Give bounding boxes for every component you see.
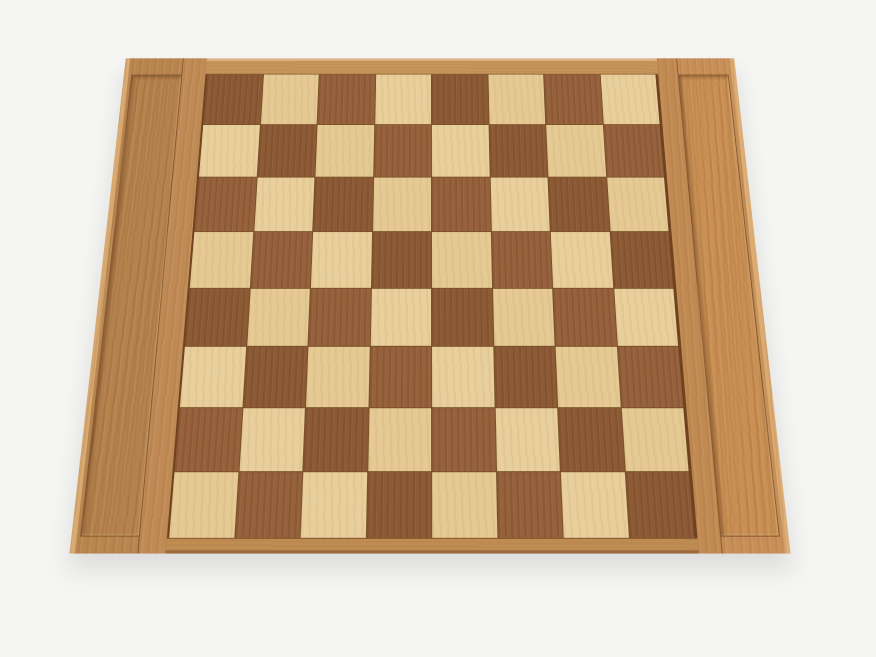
square-r2c5-light xyxy=(432,125,489,176)
square-r1c4-light xyxy=(375,75,431,125)
square-r8c1-light xyxy=(169,472,238,538)
square-r5c4-light xyxy=(370,288,431,346)
square-r7c8-light xyxy=(621,408,688,471)
square-r8c4-dark xyxy=(366,472,431,538)
square-r5c8-light xyxy=(614,288,678,346)
square-r6c7-light xyxy=(556,347,621,407)
square-r3c8-light xyxy=(607,177,669,230)
board-grid xyxy=(167,75,697,538)
square-r6c5-light xyxy=(432,347,494,407)
square-r4c3-light xyxy=(311,232,372,288)
square-r4c5-light xyxy=(432,232,492,288)
square-r5c6-light xyxy=(493,288,555,346)
square-r4c2-dark xyxy=(250,232,312,288)
square-r4c4-dark xyxy=(371,232,431,288)
square-r1c6-light xyxy=(488,75,545,125)
square-r1c8-light xyxy=(600,75,659,125)
square-r8c6-dark xyxy=(497,472,563,538)
square-r5c7-dark xyxy=(553,288,616,346)
square-r3c7-dark xyxy=(548,177,609,230)
square-r5c5-dark xyxy=(432,288,493,346)
square-r6c4-dark xyxy=(369,347,431,407)
square-r5c3-dark xyxy=(308,288,370,346)
square-r3c3-dark xyxy=(313,177,372,230)
square-r3c4-light xyxy=(373,177,431,230)
square-r2c4-dark xyxy=(374,125,431,176)
bottom-frame-strip xyxy=(166,538,699,554)
square-r7c6-light xyxy=(495,408,560,471)
square-r7c4-light xyxy=(368,408,431,471)
top-frame-strip xyxy=(206,58,659,74)
board-playing-surface xyxy=(166,58,699,553)
square-r2c8-dark xyxy=(603,125,664,176)
square-r3c1-dark xyxy=(194,177,256,230)
square-r7c3-dark xyxy=(303,408,368,471)
photo-background xyxy=(0,0,876,657)
square-r4c6-dark xyxy=(491,232,552,288)
square-r8c8-dark xyxy=(625,472,694,538)
square-r3c5-dark xyxy=(432,177,490,230)
square-r7c7-dark xyxy=(558,408,624,471)
left-rail-recessed-panel xyxy=(80,75,182,537)
square-r3c6-light xyxy=(490,177,550,230)
square-r8c7-light xyxy=(561,472,628,538)
square-r2c2-dark xyxy=(257,125,316,176)
square-r2c6-dark xyxy=(489,125,547,176)
chessboard xyxy=(69,58,790,553)
square-r4c1-light xyxy=(190,232,253,288)
square-r3c2-light xyxy=(254,177,315,230)
square-r2c3-light xyxy=(315,125,373,176)
square-r1c7-dark xyxy=(544,75,602,125)
square-r5c2-light xyxy=(247,288,310,346)
square-r1c2-light xyxy=(260,75,318,125)
square-r1c3-dark xyxy=(318,75,375,125)
square-r1c1-dark xyxy=(203,75,262,125)
square-r6c3-light xyxy=(306,347,369,407)
square-r4c7-light xyxy=(551,232,613,288)
square-r6c6-dark xyxy=(494,347,557,407)
square-r6c2-dark xyxy=(243,347,307,407)
square-r7c1-dark xyxy=(175,408,242,471)
square-r7c2-light xyxy=(239,408,305,471)
square-r6c8-dark xyxy=(617,347,683,407)
right-rail-recessed-panel xyxy=(678,75,780,537)
square-r5c1-dark xyxy=(185,288,249,346)
square-r2c7-light xyxy=(546,125,605,176)
square-r8c3-light xyxy=(301,472,367,538)
square-r8c2-dark xyxy=(235,472,302,538)
square-r2c1-light xyxy=(199,125,259,176)
square-r1c5-dark xyxy=(432,75,488,125)
square-r8c5-light xyxy=(432,472,497,538)
square-r4c8-dark xyxy=(610,232,673,288)
square-r7c5-dark xyxy=(432,408,495,471)
square-r6c1-light xyxy=(180,347,246,407)
